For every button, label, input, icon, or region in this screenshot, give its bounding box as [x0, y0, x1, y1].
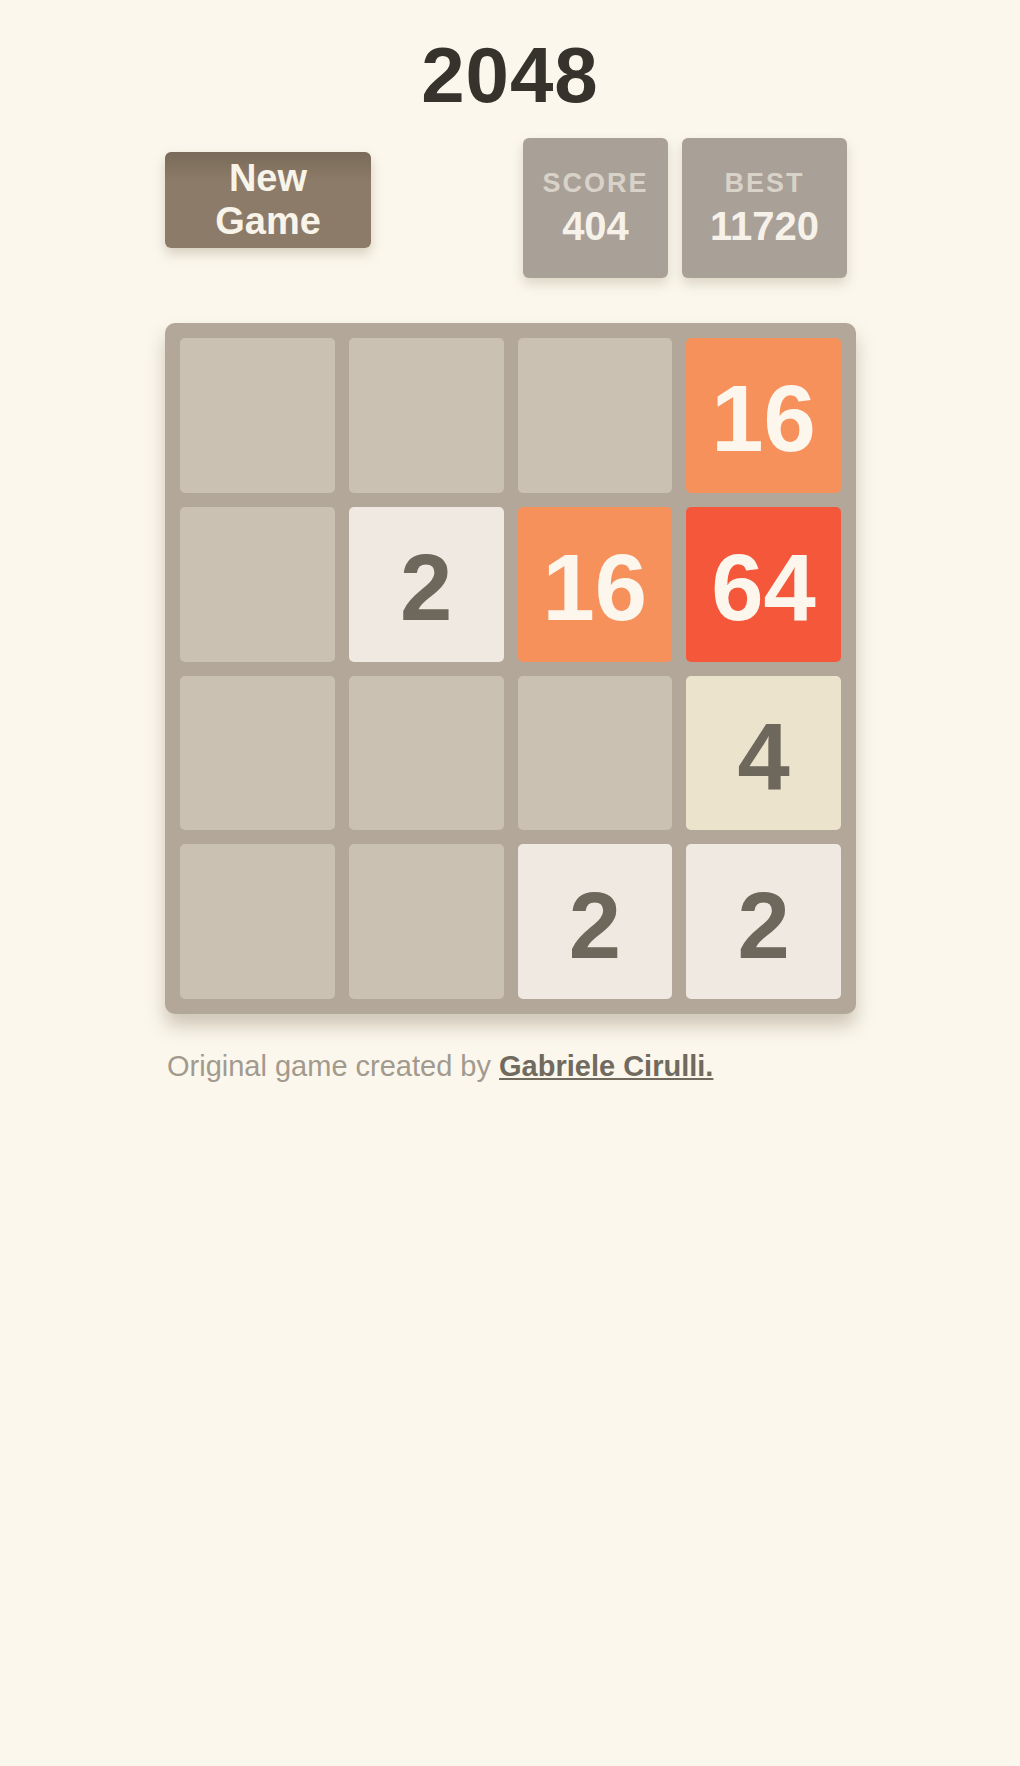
empty-cell — [518, 676, 673, 831]
empty-cell — [180, 338, 335, 493]
empty-cell — [349, 676, 504, 831]
tile-2: 2 — [349, 507, 504, 662]
score-label: SCORE — [542, 168, 648, 199]
best-value: 11720 — [710, 204, 819, 249]
tile-4: 4 — [686, 676, 841, 831]
board[interactable]: 1621664422 — [165, 323, 856, 1014]
empty-cell — [180, 844, 335, 999]
app-screen: 2048 New Game SCORE 404 BEST 11720 16216… — [0, 0, 1020, 1766]
score-value: 404 — [562, 204, 629, 249]
tile-2: 2 — [518, 844, 673, 999]
empty-cell — [349, 338, 504, 493]
best-label: BEST — [724, 168, 804, 199]
best-box: BEST 11720 — [682, 138, 847, 278]
app-title: 2048 — [0, 30, 1020, 121]
tile-64: 64 — [686, 507, 841, 662]
empty-cell — [349, 844, 504, 999]
attribution: Original game created by Gabriele Cirull… — [167, 1050, 713, 1083]
empty-cell — [180, 676, 335, 831]
tile-16: 16 — [518, 507, 673, 662]
score-box: SCORE 404 — [523, 138, 668, 278]
new-game-button[interactable]: New Game — [165, 152, 371, 248]
tile-16: 16 — [686, 338, 841, 493]
attribution-text: Original game created by — [167, 1050, 499, 1082]
empty-cell — [518, 338, 673, 493]
header: New Game SCORE 404 BEST 11720 — [165, 138, 855, 278]
author-link[interactable]: Gabriele Cirulli. — [499, 1050, 713, 1082]
empty-cell — [180, 507, 335, 662]
tile-2: 2 — [686, 844, 841, 999]
